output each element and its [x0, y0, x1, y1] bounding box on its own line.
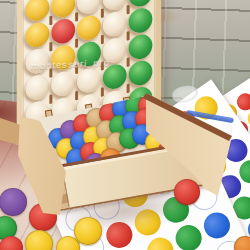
photo-scene: montessori_pro [0, 0, 250, 250]
loose-disc-red[interactable] [174, 179, 200, 205]
loose-disc-orange[interactable] [234, 236, 250, 250]
overlay-discs-layer [0, 0, 250, 250]
